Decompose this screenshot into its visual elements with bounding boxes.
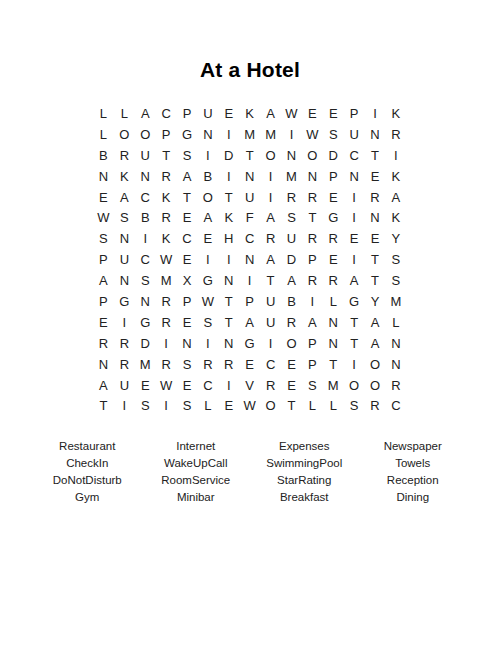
grid-cell-r2c2[interactable]: O [114, 124, 135, 145]
grid-cell-r2c5[interactable]: G [177, 124, 198, 145]
grid-cell-r11c2[interactable]: I [114, 312, 135, 333]
grid-cell-r14c9[interactable]: R [260, 375, 281, 396]
grid-cell-r11c7[interactable]: T [218, 312, 239, 333]
grid-cell-r8c5[interactable]: E [177, 249, 198, 270]
grid-cell-r1c2[interactable]: L [114, 103, 135, 124]
grid-cell-r10c5[interactable]: P [177, 291, 198, 312]
grid-cell-r10c4[interactable]: R [156, 291, 177, 312]
grid-cell-r7c4[interactable]: K [156, 228, 177, 249]
grid-cell-r14c13[interactable]: O [344, 375, 365, 396]
grid-cell-r12c13[interactable]: T [344, 333, 365, 354]
grid-cell-r12c2[interactable]: R [114, 333, 135, 354]
grid-cell-r2c7[interactable]: I [218, 124, 239, 145]
grid-cell-r2c4[interactable]: P [156, 124, 177, 145]
grid-cell-r10c10[interactable]: B [281, 291, 302, 312]
grid-cell-r14c7[interactable]: I [218, 375, 239, 396]
grid-cell-r15c8[interactable]: W [239, 395, 260, 416]
grid-cell-r5c15[interactable]: A [385, 187, 406, 208]
grid-cell-r3c4[interactable]: T [156, 145, 177, 166]
grid-cell-r15c12[interactable]: L [323, 395, 344, 416]
grid-cell-r2c14[interactable]: N [365, 124, 386, 145]
grid-cell-r12c11[interactable]: P [302, 333, 323, 354]
grid-cell-r3c15[interactable]: I [385, 145, 406, 166]
grid-cell-r15c3[interactable]: S [135, 395, 156, 416]
grid-cell-r4c8[interactable]: N [239, 166, 260, 187]
grid-cell-r5c3[interactable]: C [135, 187, 156, 208]
grid-cell-r12c8[interactable]: G [239, 333, 260, 354]
grid-cell-r4c2[interactable]: K [114, 166, 135, 187]
grid-cell-r2c6[interactable]: N [197, 124, 218, 145]
grid-cell-r13c14[interactable]: O [365, 354, 386, 375]
grid-cell-r6c9[interactable]: A [260, 207, 281, 228]
grid-cell-r15c9[interactable]: O [260, 395, 281, 416]
grid-cell-r7c12[interactable]: R [323, 228, 344, 249]
grid-cell-r15c10[interactable]: T [281, 395, 302, 416]
grid-cell-r7c15[interactable]: Y [385, 228, 406, 249]
grid-cell-r5c8[interactable]: U [239, 187, 260, 208]
grid-cell-r8c14[interactable]: T [365, 249, 386, 270]
grid-cell-r5c4[interactable]: K [156, 187, 177, 208]
grid-cell-r11c3[interactable]: G [135, 312, 156, 333]
grid-cell-r9c5[interactable]: X [177, 270, 198, 291]
grid-cell-r10c15[interactable]: M [385, 291, 406, 312]
grid-cell-r14c10[interactable]: E [281, 375, 302, 396]
grid-cell-r12c14[interactable]: A [365, 333, 386, 354]
grid-cell-r14c14[interactable]: O [365, 375, 386, 396]
grid-cell-r9c6[interactable]: G [197, 270, 218, 291]
grid-cell-r15c11[interactable]: L [302, 395, 323, 416]
grid-cell-r14c11[interactable]: S [302, 375, 323, 396]
grid-cell-r5c13[interactable]: I [344, 187, 365, 208]
grid-cell-r12c6[interactable]: I [197, 333, 218, 354]
word-list-column-4: NewspaperTowelsReceptionDining [359, 438, 468, 506]
grid-cell-r9c9[interactable]: T [260, 270, 281, 291]
word-item-minibar: Minibar [142, 489, 251, 506]
grid-cell-r2c12[interactable]: S [323, 124, 344, 145]
grid-cell-r8c2[interactable]: U [114, 249, 135, 270]
grid-cell-r14c2[interactable]: U [114, 375, 135, 396]
grid-cell-r12c4[interactable]: I [156, 333, 177, 354]
grid-cell-r3c10[interactable]: N [281, 145, 302, 166]
grid-cell-r11c11[interactable]: A [302, 312, 323, 333]
grid-cell-r8c6[interactable]: I [197, 249, 218, 270]
grid-cell-r7c8[interactable]: C [239, 228, 260, 249]
word-item-donotdisturb: DoNotDisturb [33, 472, 142, 489]
grid-cell-r8c11[interactable]: P [302, 249, 323, 270]
word-item-swimmingpool: SwimmingPool [250, 455, 359, 472]
grid-cell-r7c10[interactable]: U [281, 228, 302, 249]
grid-cell-r15c4[interactable]: I [156, 395, 177, 416]
grid-cell-r10c3[interactable]: N [135, 291, 156, 312]
grid-cell-r7c14[interactable]: E [365, 228, 386, 249]
grid-cell-r8c4[interactable]: W [156, 249, 177, 270]
grid-cell-r13c2[interactable]: R [114, 354, 135, 375]
grid-cell-r7c6[interactable]: E [197, 228, 218, 249]
grid-cell-r3c9[interactable]: O [260, 145, 281, 166]
word-list-column-3: ExpensesSwimmingPoolStarRatingBreakfast [250, 438, 359, 506]
grid-cell-r7c9[interactable]: R [260, 228, 281, 249]
grid-cell-r14c3[interactable]: E [135, 375, 156, 396]
word-list: RestaurantCheckInDoNotDisturbGymInternet… [33, 438, 467, 506]
grid-cell-r13c9[interactable]: C [260, 354, 281, 375]
grid-cell-r3c5[interactable]: S [177, 145, 198, 166]
grid-cell-r11c12[interactable]: N [323, 312, 344, 333]
grid-cell-r12c7[interactable]: N [218, 333, 239, 354]
grid-cell-r5c14[interactable]: R [365, 187, 386, 208]
grid-cell-r8c3[interactable]: C [135, 249, 156, 270]
grid-cell-r1c15[interactable]: K [385, 103, 406, 124]
grid-cell-r10c13[interactable]: G [344, 291, 365, 312]
grid-cell-r4c1[interactable]: N [93, 166, 114, 187]
grid-cell-r11c1[interactable]: E [93, 312, 114, 333]
grid-cell-r10c6[interactable]: W [197, 291, 218, 312]
grid-cell-r11c14[interactable]: A [365, 312, 386, 333]
grid-cell-r12c5[interactable]: N [177, 333, 198, 354]
grid-cell-r10c2[interactable]: G [114, 291, 135, 312]
grid-cell-r9c4[interactable]: M [156, 270, 177, 291]
grid-cell-r4c7[interactable]: I [218, 166, 239, 187]
grid-cell-r9c8[interactable]: I [239, 270, 260, 291]
grid-cell-r12c10[interactable]: O [281, 333, 302, 354]
word-search-page: At a Hotel LLACPUEKAWEEPIKLOOPGNIMMIWSUN… [0, 0, 500, 647]
grid-cell-r6c7[interactable]: K [218, 207, 239, 228]
grid-cell-r10c12[interactable]: L [323, 291, 344, 312]
grid-cell-r11c4[interactable]: R [156, 312, 177, 333]
word-item-expenses: Expenses [250, 438, 359, 455]
grid-cell-r8c13[interactable]: I [344, 249, 365, 270]
grid-cell-r15c2[interactable]: I [114, 395, 135, 416]
grid-cell-r14c4[interactable]: W [156, 375, 177, 396]
grid-cell-r3c11[interactable]: O [302, 145, 323, 166]
grid-cell-r4c5[interactable]: A [177, 166, 198, 187]
word-item-restaurant: Restaurant [33, 438, 142, 455]
grid-cell-r2c13[interactable]: U [344, 124, 365, 145]
grid-cell-r10c7[interactable]: T [218, 291, 239, 312]
letter-grid: LLACPUEKAWEEPIKLOOPGNIMMIWSUNRBRUTSIDTON… [93, 103, 406, 416]
grid-cell-r9c10[interactable]: A [281, 270, 302, 291]
grid-cell-r12c12[interactable]: N [323, 333, 344, 354]
grid-cell-r5c2[interactable]: A [114, 187, 135, 208]
grid-cell-r6c13[interactable]: I [344, 207, 365, 228]
grid-cell-r9c12[interactable]: R [323, 270, 344, 291]
grid-cell-r9c7[interactable]: N [218, 270, 239, 291]
grid-cell-r3c14[interactable]: T [365, 145, 386, 166]
grid-cell-r12c1[interactable]: R [93, 333, 114, 354]
grid-cell-r6c8[interactable]: F [239, 207, 260, 228]
grid-cell-r14c5[interactable]: E [177, 375, 198, 396]
grid-cell-r3c2[interactable]: R [114, 145, 135, 166]
grid-cell-r6c10[interactable]: S [281, 207, 302, 228]
grid-cell-r5c11[interactable]: R [302, 187, 323, 208]
grid-cell-r12c15[interactable]: N [385, 333, 406, 354]
word-item-towels: Towels [359, 455, 468, 472]
grid-cell-r10c1[interactable]: P [93, 291, 114, 312]
grid-cell-r8c9[interactable]: A [260, 249, 281, 270]
grid-cell-r1c5[interactable]: P [177, 103, 198, 124]
grid-cell-r8c12[interactable]: E [323, 249, 344, 270]
grid-cell-r3c13[interactable]: C [344, 145, 365, 166]
grid-cell-r4c13[interactable]: N [344, 166, 365, 187]
grid-cell-r6c6[interactable]: A [197, 207, 218, 228]
grid-cell-r12c9[interactable]: I [260, 333, 281, 354]
grid-cell-r11c9[interactable]: U [260, 312, 281, 333]
grid-cell-r5c5[interactable]: T [177, 187, 198, 208]
grid-cell-r5c7[interactable]: T [218, 187, 239, 208]
grid-cell-r15c6[interactable]: L [197, 395, 218, 416]
word-item-checkin: CheckIn [33, 455, 142, 472]
grid-cell-r1c11[interactable]: E [302, 103, 323, 124]
grid-cell-r2c8[interactable]: M [239, 124, 260, 145]
grid-cell-r15c14[interactable]: R [365, 395, 386, 416]
grid-cell-r8c8[interactable]: N [239, 249, 260, 270]
grid-cell-r2c1[interactable]: L [93, 124, 114, 145]
grid-cell-r10c14[interactable]: Y [365, 291, 386, 312]
grid-cell-r13c3[interactable]: M [135, 354, 156, 375]
grid-cell-r6c11[interactable]: T [302, 207, 323, 228]
word-item-breakfast: Breakfast [250, 489, 359, 506]
grid-cell-r2c3[interactable]: O [135, 124, 156, 145]
grid-cell-r11c8[interactable]: A [239, 312, 260, 333]
grid-cell-r4c15[interactable]: K [385, 166, 406, 187]
grid-cell-r4c3[interactable]: N [135, 166, 156, 187]
grid-cell-r11c10[interactable]: R [281, 312, 302, 333]
grid-cell-r13c1[interactable]: N [93, 354, 114, 375]
grid-cell-r6c1[interactable]: W [93, 207, 114, 228]
grid-cell-r4c9[interactable]: I [260, 166, 281, 187]
grid-cell-r6c15[interactable]: K [385, 207, 406, 228]
grid-cell-r9c15[interactable]: S [385, 270, 406, 291]
grid-cell-r3c3[interactable]: U [135, 145, 156, 166]
grid-cell-r4c10[interactable]: M [281, 166, 302, 187]
grid-cell-r15c5[interactable]: S [177, 395, 198, 416]
grid-cell-r7c2[interactable]: N [114, 228, 135, 249]
grid-cell-r3c8[interactable]: T [239, 145, 260, 166]
grid-cell-r15c13[interactable]: S [344, 395, 365, 416]
grid-cell-r14c8[interactable]: V [239, 375, 260, 396]
grid-cell-r13c13[interactable]: I [344, 354, 365, 375]
word-list-column-1: RestaurantCheckInDoNotDisturbGym [33, 438, 142, 506]
grid-cell-r8c1[interactable]: P [93, 249, 114, 270]
grid-cell-r13c5[interactable]: S [177, 354, 198, 375]
grid-cell-r4c6[interactable]: B [197, 166, 218, 187]
grid-cell-r5c1[interactable]: E [93, 187, 114, 208]
grid-cell-r7c3[interactable]: I [135, 228, 156, 249]
grid-cell-r1c10[interactable]: W [281, 103, 302, 124]
grid-cell-r7c13[interactable]: E [344, 228, 365, 249]
grid-cell-r1c3[interactable]: A [135, 103, 156, 124]
grid-cell-r2c11[interactable]: W [302, 124, 323, 145]
grid-cell-r3c12[interactable]: D [323, 145, 344, 166]
grid-cell-r2c15[interactable]: R [385, 124, 406, 145]
grid-cell-r5c6[interactable]: O [197, 187, 218, 208]
grid-cell-r1c8[interactable]: K [239, 103, 260, 124]
grid-cell-r5c10[interactable]: R [281, 187, 302, 208]
grid-cell-r14c6[interactable]: C [197, 375, 218, 396]
grid-cell-r4c4[interactable]: R [156, 166, 177, 187]
grid-cell-r4c11[interactable]: N [302, 166, 323, 187]
grid-cell-r6c3[interactable]: B [135, 207, 156, 228]
grid-cell-r1c7[interactable]: E [218, 103, 239, 124]
grid-cell-r1c1[interactable]: L [93, 103, 114, 124]
grid-cell-r1c14[interactable]: I [365, 103, 386, 124]
grid-cell-r1c6[interactable]: U [197, 103, 218, 124]
grid-cell-r14c15[interactable]: R [385, 375, 406, 396]
grid-cell-r11c15[interactable]: L [385, 312, 406, 333]
grid-cell-r15c1[interactable]: T [93, 395, 114, 416]
grid-cell-r13c7[interactable]: R [218, 354, 239, 375]
grid-cell-r7c11[interactable]: R [302, 228, 323, 249]
grid-cell-r9c1[interactable]: A [93, 270, 114, 291]
grid-cell-r4c12[interactable]: P [323, 166, 344, 187]
grid-cell-r8c15[interactable]: S [385, 249, 406, 270]
grid-cell-r13c4[interactable]: R [156, 354, 177, 375]
grid-cell-r3c7[interactable]: D [218, 145, 239, 166]
grid-cell-r11c13[interactable]: T [344, 312, 365, 333]
grid-cell-r13c10[interactable]: E [281, 354, 302, 375]
grid-cell-r10c8[interactable]: P [239, 291, 260, 312]
word-list-column-2: InternetWakeUpCallRoomServiceMinibar [142, 438, 251, 506]
grid-cell-r11c5[interactable]: E [177, 312, 198, 333]
grid-cell-r13c12[interactable]: T [323, 354, 344, 375]
grid-cell-r8c7[interactable]: I [218, 249, 239, 270]
grid-cell-r6c5[interactable]: E [177, 207, 198, 228]
grid-cell-r13c8[interactable]: E [239, 354, 260, 375]
grid-cell-r1c13[interactable]: P [344, 103, 365, 124]
grid-cell-r5c12[interactable]: E [323, 187, 344, 208]
grid-cell-r3c6[interactable]: I [197, 145, 218, 166]
grid-cell-r6c2[interactable]: S [114, 207, 135, 228]
grid-cell-r12c3[interactable]: D [135, 333, 156, 354]
grid-cell-r7c7[interactable]: H [218, 228, 239, 249]
grid-cell-r9c11[interactable]: R [302, 270, 323, 291]
word-item-dining: Dining [359, 489, 468, 506]
grid-cell-r13c15[interactable]: N [385, 354, 406, 375]
grid-cell-r10c9[interactable]: U [260, 291, 281, 312]
grid-cell-r1c12[interactable]: E [323, 103, 344, 124]
word-item-starrating: StarRating [250, 472, 359, 489]
grid-cell-r11c6[interactable]: S [197, 312, 218, 333]
grid-cell-r1c4[interactable]: C [156, 103, 177, 124]
grid-cell-r13c6[interactable]: R [197, 354, 218, 375]
word-item-wakeupcall: WakeUpCall [142, 455, 251, 472]
grid-cell-r10c11[interactable]: I [302, 291, 323, 312]
grid-cell-r6c14[interactable]: N [365, 207, 386, 228]
grid-cell-r6c4[interactable]: R [156, 207, 177, 228]
grid-cell-r6c12[interactable]: G [323, 207, 344, 228]
puzzle-title: At a Hotel [0, 58, 500, 82]
grid-cell-r7c5[interactable]: C [177, 228, 198, 249]
word-item-roomservice: RoomService [142, 472, 251, 489]
grid-cell-r2c10[interactable]: I [281, 124, 302, 145]
grid-cell-r9c3[interactable]: S [135, 270, 156, 291]
grid-cell-r1c9[interactable]: A [260, 103, 281, 124]
grid-cell-r15c15[interactable]: C [385, 395, 406, 416]
word-item-internet: Internet [142, 438, 251, 455]
grid-cell-r8c10[interactable]: D [281, 249, 302, 270]
grid-cell-r7c1[interactable]: S [93, 228, 114, 249]
grid-cell-r3c1[interactable]: B [93, 145, 114, 166]
grid-cell-r4c14[interactable]: E [365, 166, 386, 187]
grid-cell-r14c12[interactable]: M [323, 375, 344, 396]
grid-cell-r13c11[interactable]: P [302, 354, 323, 375]
word-item-reception: Reception [359, 472, 468, 489]
grid-cell-r14c1[interactable]: A [93, 375, 114, 396]
grid-cell-r9c14[interactable]: T [365, 270, 386, 291]
grid-cell-r9c13[interactable]: A [344, 270, 365, 291]
grid-cell-r9c2[interactable]: N [114, 270, 135, 291]
grid-cell-r5c9[interactable]: I [260, 187, 281, 208]
grid-cell-r15c7[interactable]: E [218, 395, 239, 416]
word-item-gym: Gym [33, 489, 142, 506]
grid-cell-r2c9[interactable]: M [260, 124, 281, 145]
word-item-newspaper: Newspaper [359, 438, 468, 455]
